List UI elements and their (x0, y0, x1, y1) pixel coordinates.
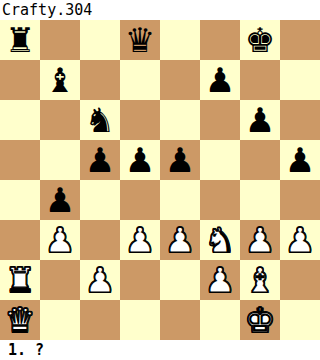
chess-board: ♜♛♚♝♟♞♟♟♟♟♟♟♟♟♟♞♟♟♜♟♟♝♛♚ (0, 20, 320, 340)
square-f4[interactable] (200, 180, 240, 220)
piece-black-pawn: ♟ (205, 60, 235, 100)
square-e6[interactable] (160, 100, 200, 140)
square-c2[interactable]: ♟ (80, 260, 120, 300)
square-c4[interactable] (80, 180, 120, 220)
crafty-window: Crafty.304 ♜♛♚♝♟♞♟♟♟♟♟♟♟♟♟♞♟♟♜♟♟♝♛♚ 1. ? (0, 0, 320, 360)
square-d8[interactable]: ♛ (120, 20, 160, 60)
square-e4[interactable] (160, 180, 200, 220)
square-c8[interactable] (80, 20, 120, 60)
square-b6[interactable] (40, 100, 80, 140)
piece-black-pawn: ♟ (45, 180, 75, 220)
square-g3[interactable]: ♟ (240, 220, 280, 260)
square-g1[interactable]: ♚ (240, 300, 280, 340)
piece-white-pawn: ♟ (125, 220, 155, 260)
piece-black-knight: ♞ (85, 100, 115, 140)
square-a4[interactable] (0, 180, 40, 220)
square-d5[interactable]: ♟ (120, 140, 160, 180)
square-d2[interactable] (120, 260, 160, 300)
square-c5[interactable]: ♟ (80, 140, 120, 180)
square-f5[interactable] (200, 140, 240, 180)
piece-black-pawn: ♟ (85, 140, 115, 180)
piece-white-pawn: ♟ (245, 220, 275, 260)
square-c7[interactable] (80, 60, 120, 100)
window-title: Crafty.304 (0, 0, 320, 20)
square-h5[interactable]: ♟ (280, 140, 320, 180)
move-prompt: 1. ? (0, 340, 320, 360)
square-d4[interactable] (120, 180, 160, 220)
square-e7[interactable] (160, 60, 200, 100)
square-c1[interactable] (80, 300, 120, 340)
piece-black-bishop: ♝ (45, 60, 75, 100)
square-f6[interactable] (200, 100, 240, 140)
square-a6[interactable] (0, 100, 40, 140)
square-h7[interactable] (280, 60, 320, 100)
square-b3[interactable]: ♟ (40, 220, 80, 260)
piece-white-pawn: ♟ (45, 220, 75, 260)
square-f8[interactable] (200, 20, 240, 60)
square-e3[interactable]: ♟ (160, 220, 200, 260)
piece-black-king: ♚ (245, 20, 275, 60)
square-c6[interactable]: ♞ (80, 100, 120, 140)
square-e5[interactable]: ♟ (160, 140, 200, 180)
piece-white-pawn: ♟ (205, 260, 235, 300)
square-h4[interactable] (280, 180, 320, 220)
square-a5[interactable] (0, 140, 40, 180)
square-e1[interactable] (160, 300, 200, 340)
piece-white-pawn: ♟ (85, 260, 115, 300)
piece-black-pawn: ♟ (245, 100, 275, 140)
square-a1[interactable]: ♛ (0, 300, 40, 340)
square-c3[interactable] (80, 220, 120, 260)
square-h8[interactable] (280, 20, 320, 60)
square-f7[interactable]: ♟ (200, 60, 240, 100)
square-e2[interactable] (160, 260, 200, 300)
square-g7[interactable] (240, 60, 280, 100)
piece-black-pawn: ♟ (285, 140, 315, 180)
piece-white-pawn: ♟ (285, 220, 315, 260)
square-b8[interactable] (40, 20, 80, 60)
piece-white-rook: ♜ (5, 260, 35, 300)
square-g5[interactable] (240, 140, 280, 180)
piece-white-bishop: ♝ (245, 260, 275, 300)
square-d7[interactable] (120, 60, 160, 100)
square-b7[interactable]: ♝ (40, 60, 80, 100)
square-d1[interactable] (120, 300, 160, 340)
square-h2[interactable] (280, 260, 320, 300)
piece-black-queen: ♛ (125, 20, 155, 60)
square-e8[interactable] (160, 20, 200, 60)
piece-white-king: ♚ (245, 300, 275, 340)
square-g4[interactable] (240, 180, 280, 220)
square-g2[interactable]: ♝ (240, 260, 280, 300)
square-h3[interactable]: ♟ (280, 220, 320, 260)
piece-black-pawn: ♟ (165, 140, 195, 180)
square-b5[interactable] (40, 140, 80, 180)
square-b2[interactable] (40, 260, 80, 300)
square-a8[interactable]: ♜ (0, 20, 40, 60)
square-a7[interactable] (0, 60, 40, 100)
piece-white-knight: ♞ (205, 220, 235, 260)
square-b4[interactable]: ♟ (40, 180, 80, 220)
square-h1[interactable] (280, 300, 320, 340)
piece-black-pawn: ♟ (125, 140, 155, 180)
square-b1[interactable] (40, 300, 80, 340)
piece-black-rook: ♜ (5, 20, 35, 60)
square-g8[interactable]: ♚ (240, 20, 280, 60)
square-h6[interactable] (280, 100, 320, 140)
square-a2[interactable]: ♜ (0, 260, 40, 300)
square-d3[interactable]: ♟ (120, 220, 160, 260)
piece-white-pawn: ♟ (165, 220, 195, 260)
square-f1[interactable] (200, 300, 240, 340)
square-d6[interactable] (120, 100, 160, 140)
square-f3[interactable]: ♞ (200, 220, 240, 260)
piece-white-queen: ♛ (5, 300, 35, 340)
square-g6[interactable]: ♟ (240, 100, 280, 140)
square-a3[interactable] (0, 220, 40, 260)
square-f2[interactable]: ♟ (200, 260, 240, 300)
